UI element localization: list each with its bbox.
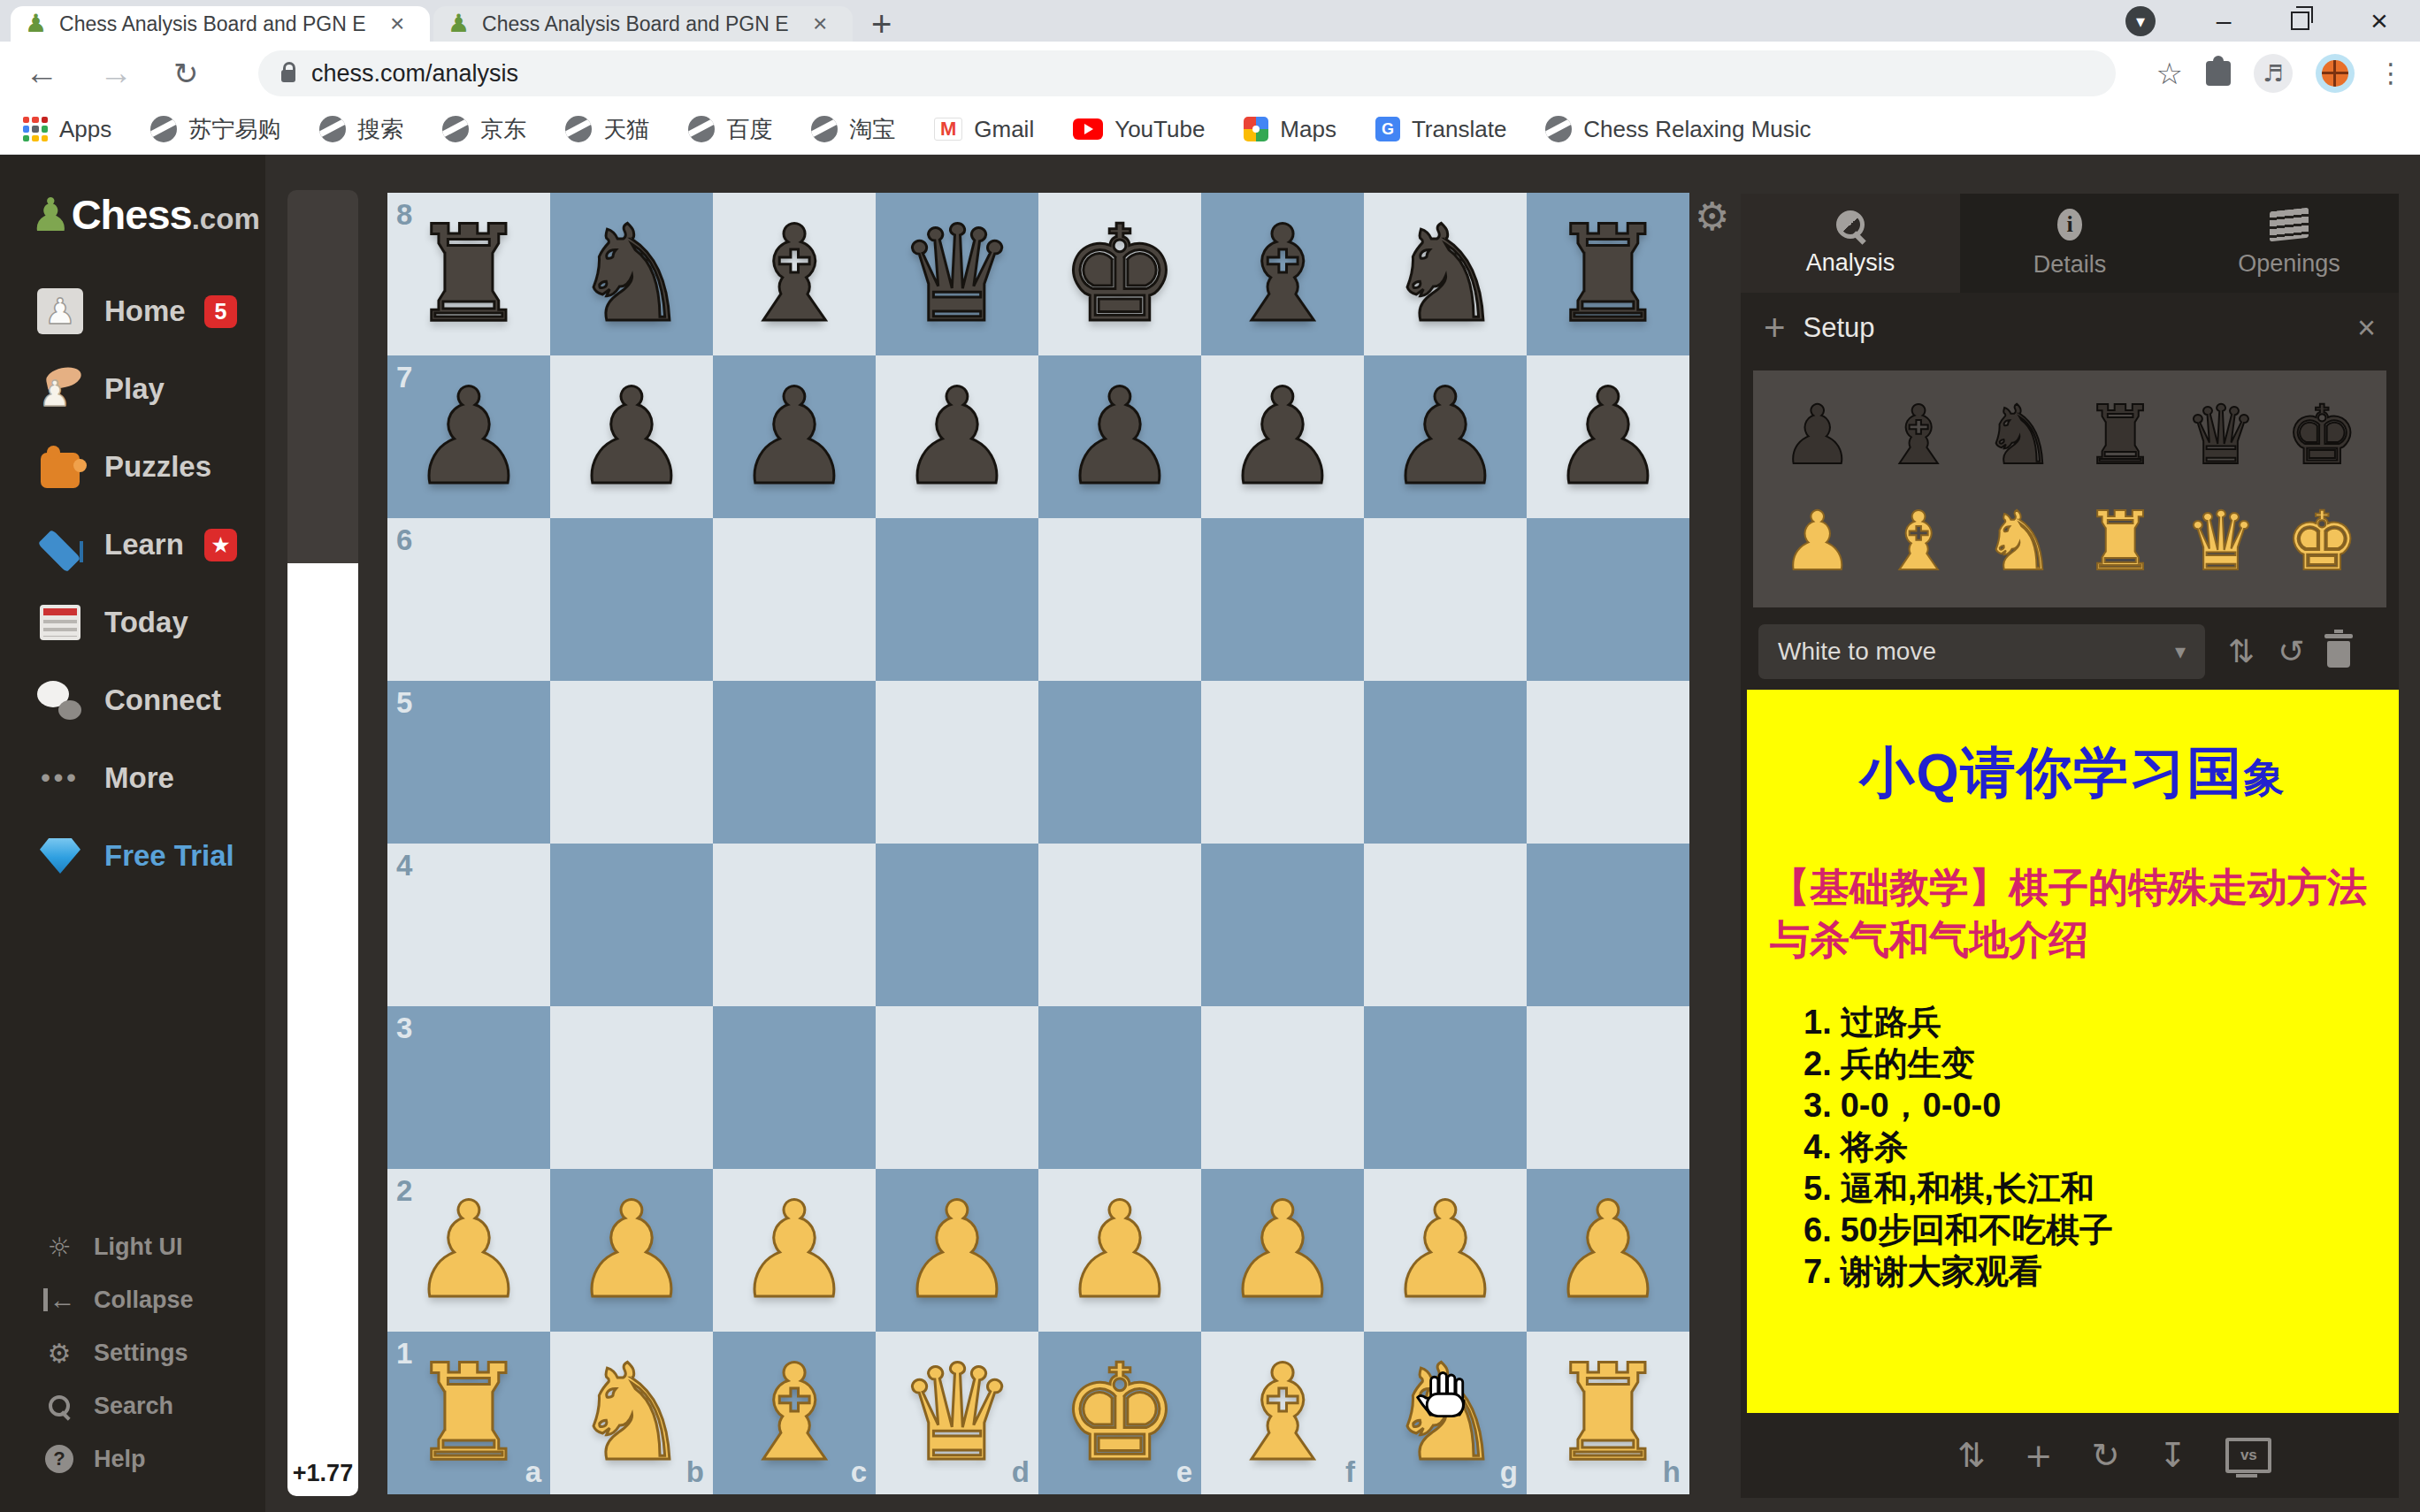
bookmark-label: Apps [59, 116, 111, 143]
sidebar-footer-label: Help [94, 1446, 146, 1473]
restore-icon [2291, 11, 2309, 30]
square-h2[interactable]: ♟ [1527, 1169, 1689, 1332]
piece-white-pawn[interactable]: ♟ [1038, 1169, 1201, 1332]
chat-icon [37, 681, 83, 720]
window-minimize-button[interactable]: – [2197, 0, 2250, 42]
piece-black-knight[interactable]: ♞ [1364, 193, 1527, 355]
puzzle-icon [41, 453, 80, 488]
square-f5[interactable] [1201, 681, 1364, 844]
ad-item-text: 谢谢大家观看 [1841, 1253, 2042, 1290]
square-d7[interactable]: ♟ [876, 355, 1038, 518]
magnifier-icon [39, 1395, 80, 1417]
square-a6[interactable]: 6 [387, 518, 550, 681]
reload-button[interactable]: ↻ [173, 56, 199, 91]
palette-white-king[interactable]: ♚ [2286, 501, 2358, 583]
turn-selector-dropdown[interactable]: White to move ▾ [1758, 624, 2205, 679]
turn-selector-value: White to move [1778, 638, 2175, 666]
palette-black-queen[interactable]: ♛ [2185, 395, 2257, 477]
square-h4[interactable] [1527, 844, 1689, 1006]
palette-black-rook[interactable]: ♜ [2084, 395, 2156, 477]
piece-black-queen[interactable]: ♛ [876, 193, 1038, 355]
setup-title: Setup [1804, 312, 2340, 344]
sidebar-item-label: More [104, 761, 174, 795]
tab-close-icon[interactable]: × [390, 11, 404, 36]
tab-analysis[interactable]: Analysis [1741, 194, 1960, 293]
square-f4[interactable] [1201, 844, 1364, 1006]
bookmarks-bar: Apps苏宁易购搜索京东天猫百度淘宝MGmailYouTubeMapsGTran… [0, 104, 2420, 155]
sidebar-footer-collapse[interactable]: ←Collapse [0, 1273, 265, 1326]
sidebar-nav: ♟Home5♟PlayPuzzlesLearn★TodayConnect•••M… [0, 272, 265, 895]
logo-brand-text: Chess [72, 190, 192, 239]
sidebar-footer-label: Collapse [94, 1287, 194, 1314]
tab-close-icon[interactable]: × [813, 11, 827, 36]
panel-tabs: AnalysisiDetailsOpenings [1741, 194, 2399, 293]
site-icon [565, 116, 592, 142]
piece-black-king[interactable]: ♚ [1038, 193, 1201, 355]
square-h5[interactable] [1527, 681, 1689, 844]
square-f7[interactable]: ♟ [1201, 355, 1364, 518]
square-e8[interactable]: ♚ [1038, 193, 1201, 355]
palette-white-pawn[interactable]: ♟ [1781, 501, 1854, 583]
piece-white-pawn[interactable]: ♟ [1364, 1169, 1527, 1332]
ad-item-text: 逼和,和棋,长江和 [1841, 1170, 2095, 1207]
sidebar-item-label: Free Trial [104, 839, 234, 873]
palette-white-bishop[interactable]: ♝ [1882, 501, 1955, 583]
square-d4[interactable] [876, 844, 1038, 1006]
reset-board-icon[interactable]: ↺ [2278, 636, 2304, 668]
bookmark-label: Maps [1280, 116, 1336, 143]
square-d1[interactable]: d♛ [876, 1332, 1038, 1494]
square-h3[interactable] [1527, 1006, 1689, 1169]
piece-black-rook[interactable]: ♜ [387, 193, 550, 355]
piece-white-pawn[interactable]: ♟ [387, 1169, 550, 1332]
square-b7[interactable]: ♟ [550, 355, 713, 518]
setup-header: + Setup × [1741, 293, 2399, 363]
sidebar-item-learn[interactable]: Learn★ [0, 506, 265, 584]
piece-black-pawn[interactable]: ♟ [1038, 355, 1201, 518]
piece-white-pawn[interactable]: ♟ [713, 1169, 876, 1332]
sidebar-item-today[interactable]: Today [0, 584, 265, 661]
square-a4[interactable]: 4 [387, 844, 550, 1006]
sidebar-footer: ☼Light UI←Collapse⚙SettingsSearch?Help [0, 1220, 265, 1485]
square-c3[interactable] [713, 1006, 876, 1169]
sidebar-item-label: Play [104, 372, 165, 406]
home-pawn-icon: ♟ [37, 288, 83, 334]
square-d5[interactable] [876, 681, 1038, 844]
bookmark-label: 苏宁易购 [188, 114, 280, 145]
piece-white-rook[interactable]: ♜ [387, 1332, 550, 1494]
basketball-avatar-icon [2322, 60, 2348, 87]
bookmark-label: Translate [1412, 116, 1506, 143]
piece-white-bishop[interactable]: ♝ [1201, 1332, 1364, 1494]
refresh-icon[interactable]: ↻ [2092, 1439, 2120, 1472]
bookmark-淘宝[interactable]: 淘宝 [811, 114, 895, 145]
diamond-icon [32, 838, 88, 874]
sidebar-item-label: Home [104, 294, 186, 328]
ad-item-number: 5. [1804, 1170, 1832, 1207]
square-b8[interactable]: ♞ [550, 193, 713, 355]
sidebar-footer-label: Light UI [94, 1233, 182, 1261]
square-c1[interactable]: c♝ [713, 1332, 876, 1494]
rank-label: 5 [396, 686, 412, 720]
square-e6[interactable] [1038, 518, 1201, 681]
evaluation-bar: +1.77 [287, 190, 358, 1496]
piece-white-knight[interactable]: ♞ [550, 1332, 713, 1494]
square-a3[interactable]: 3 [387, 1006, 550, 1169]
piece-black-rook[interactable]: ♜ [1527, 193, 1689, 355]
apps-grid-icon [23, 117, 48, 141]
notification-badge: 5 [204, 295, 237, 328]
square-c5[interactable] [713, 681, 876, 844]
flip-board-icon[interactable]: ⇅ [2228, 636, 2255, 668]
bookmark-translate[interactable]: GTranslate [1375, 116, 1506, 143]
panel-bottom-toolbar: ⇅ + ↻ ↧ vs [1741, 1413, 2399, 1498]
help-icon: ? [45, 1445, 73, 1473]
square-f6[interactable] [1201, 518, 1364, 681]
square-e1[interactable]: e♚ [1038, 1332, 1201, 1494]
piece-white-pawn[interactable]: ♟ [550, 1169, 713, 1332]
palette-black-knight[interactable]: ♞ [1983, 395, 2056, 477]
board-settings-gear-icon[interactable]: ⚙ [1695, 197, 1729, 236]
square-e5[interactable] [1038, 681, 1201, 844]
analysis-magnifier-icon [1836, 210, 1865, 239]
square-h8[interactable]: ♜ [1527, 193, 1689, 355]
bookmark-label: 天猫 [603, 114, 649, 145]
square-a7[interactable]: 7♟ [387, 355, 550, 518]
ad-list-item: 7.谢谢大家观看 [1804, 1251, 2399, 1293]
evaluation-white-fill: +1.77 [287, 563, 358, 1496]
sidebar-item-free-trial[interactable]: Free Trial [0, 817, 265, 895]
piece-white-king[interactable]: ♚ [1038, 1332, 1201, 1494]
chesscom-logo[interactable]: ♟ Chess .com [0, 155, 265, 239]
ad-list-item: 3.0-0，0-0-0 [1804, 1085, 2399, 1126]
square-b4[interactable] [550, 844, 713, 1006]
evaluation-score: +1.77 [287, 1460, 358, 1487]
ad-item-number: 2. [1804, 1045, 1832, 1082]
chesscom-favicon: ♟ [448, 11, 470, 36]
piece-black-pawn[interactable]: ♟ [876, 355, 1038, 518]
panel-tab-label: Openings [2238, 250, 2340, 278]
piece-black-pawn[interactable]: ♟ [713, 355, 876, 518]
square-f1[interactable]: f♝ [1201, 1332, 1364, 1494]
collapse-icon: ← [43, 1285, 76, 1315]
news-icon [40, 605, 80, 640]
bookmark-label: 淘宝 [849, 114, 895, 145]
piece-palette: ♟♝♞♜♛♚♟♝♞♜♛♚ [1753, 370, 2386, 607]
help-icon: ? [39, 1445, 80, 1473]
sidebar-item-label: Connect [104, 683, 221, 717]
forward-button[interactable]: → [99, 54, 133, 92]
chevron-down-icon: ▾ [2125, 6, 2156, 36]
notification-badge: ★ [204, 529, 237, 561]
address-bar[interactable]: chess.com/analysis [258, 50, 2116, 96]
clear-board-trash-icon[interactable] [2327, 641, 2350, 668]
tab-details[interactable]: iDetails [1960, 194, 2179, 293]
piece-white-pawn[interactable]: ♟ [1527, 1169, 1689, 1332]
piece-white-pawn[interactable]: ♟ [1201, 1169, 1364, 1332]
app-content: ♟ Chess .com ♟Home5♟PlayPuzzlesLearn★Tod… [0, 155, 2420, 1512]
sidebar: ♟ Chess .com ♟Home5♟PlayPuzzlesLearn★Tod… [0, 155, 265, 1512]
play-hand-icon: ♟ [37, 366, 83, 412]
profile-avatar[interactable] [2316, 54, 2355, 93]
toolbar-actions: ☆ ♬ ⋮ [2156, 42, 2404, 104]
play-hand-icon: ♟ [32, 366, 88, 412]
music-extension-button[interactable]: ♬ [2254, 54, 2293, 93]
sidebar-footer-search[interactable]: Search [0, 1379, 265, 1432]
chat-icon [32, 681, 88, 720]
ad-item-number: 1. [1804, 1004, 1832, 1041]
back-button[interactable]: ← [25, 54, 58, 92]
site-icon [688, 116, 715, 142]
ad-list-item: 5.逼和,和棋,长江和 [1804, 1168, 2399, 1210]
ad-item-number: 7. [1804, 1253, 1832, 1290]
square-g3[interactable] [1364, 1006, 1527, 1169]
sun-icon: ☼ [39, 1232, 80, 1263]
piece-black-bishop[interactable]: ♝ [1201, 193, 1364, 355]
bookmark-搜索[interactable]: 搜索 [319, 114, 403, 145]
playlist-music-icon: ♬ [2263, 60, 2283, 87]
gmail-icon: M [934, 118, 962, 141]
download-icon[interactable]: ↧ [2159, 1439, 2187, 1472]
site-icon [1545, 116, 1572, 142]
add-icon[interactable]: + [2025, 1439, 2053, 1472]
magnifier-icon [49, 1395, 70, 1417]
ad-list-item: 6.50步回和不吃棋子 [1804, 1210, 2399, 1251]
ad-item-text: 50步回和不吃棋子 [1841, 1211, 2113, 1249]
bookmark-chess-relaxing-music[interactable]: Chess Relaxing Music [1545, 116, 1811, 143]
square-b6[interactable] [550, 518, 713, 681]
bookmark-youtube[interactable]: YouTube [1073, 116, 1205, 143]
info-icon: i [2057, 209, 2082, 241]
puzzle-icon [32, 446, 88, 488]
square-h7[interactable]: ♟ [1527, 355, 1689, 518]
bookmark-label: 京东 [480, 114, 526, 145]
sidebar-footer-light-ui[interactable]: ☼Light UI [0, 1220, 265, 1273]
square-e7[interactable]: ♟ [1038, 355, 1201, 518]
bookmark-苏宁易购[interactable]: 苏宁易购 [150, 114, 280, 145]
sidebar-item-home[interactable]: ♟Home5 [0, 272, 265, 350]
site-icon [442, 116, 469, 142]
square-b5[interactable] [550, 681, 713, 844]
ad-item-text: 兵的生变 [1841, 1045, 1975, 1082]
ad-item-text: 将杀 [1841, 1128, 1908, 1165]
square-e3[interactable] [1038, 1006, 1201, 1169]
url-text: chess.com/analysis [311, 60, 518, 88]
sidebar-item-play[interactable]: ♟Play [0, 350, 265, 428]
palette-row-white: ♟♝♞♜♛♚ [1753, 501, 2386, 583]
chess-analysis-page: ♟ Chess Analysis Board and PGN E × ♟ Che… [0, 0, 2420, 1512]
sidebar-footer-help[interactable]: ?Help [0, 1432, 265, 1485]
bookmark-label: 百度 [726, 114, 772, 145]
square-f2[interactable]: ♟ [1201, 1169, 1364, 1332]
square-a2[interactable]: 2♟ [387, 1169, 550, 1332]
site-icon [811, 116, 838, 142]
close-icon[interactable]: × [2357, 309, 2376, 347]
square-d3[interactable] [876, 1006, 1038, 1169]
learn-cap-icon [32, 525, 88, 564]
square-b2[interactable]: ♟ [550, 1169, 713, 1332]
dots-icon: ••• [41, 763, 80, 793]
square-b3[interactable] [550, 1006, 713, 1169]
palette-white-rook[interactable]: ♜ [2084, 501, 2156, 583]
browser-tab-2[interactable]: ♟ Chess Analysis Board and PGN E × [433, 6, 853, 42]
bookmark-京东[interactable]: 京东 [442, 114, 526, 145]
bookmark-label: Chess Relaxing Music [1583, 116, 1811, 143]
square-c4[interactable] [713, 844, 876, 1006]
collapse-icon: ← [39, 1285, 80, 1315]
browser-tab-1[interactable]: ♟ Chess Analysis Board and PGN E × [11, 6, 430, 42]
analysis-panel: AnalysisiDetailsOpenings + Setup × ♟♝♞♜♛… [1741, 194, 2399, 1498]
browser-tab-strip: ♟ Chess Analysis Board and PGN E × ♟ Che… [0, 0, 2420, 42]
youtube-icon [1073, 118, 1103, 140]
site-icon [319, 116, 346, 142]
gear-icon: ⚙ [39, 1338, 80, 1369]
piece-white-pawn[interactable]: ♟ [876, 1169, 1038, 1332]
piece-black-bishop[interactable]: ♝ [713, 193, 876, 355]
hand-cursor [1413, 1364, 1481, 1432]
ad-list-item: 1.过路兵 [1804, 1002, 2399, 1043]
palette-black-pawn[interactable]: ♟ [1781, 395, 1854, 477]
plus-icon: + [1764, 307, 1786, 349]
square-c6[interactable] [713, 518, 876, 681]
extensions-icon[interactable] [2206, 61, 2231, 86]
piece-black-pawn[interactable]: ♟ [550, 355, 713, 518]
diamond-icon [40, 838, 80, 874]
rank-label: 3 [396, 1012, 412, 1045]
piece-black-pawn[interactable]: ♟ [1527, 355, 1689, 518]
ad-item-number: 3. [1804, 1087, 1832, 1124]
sidebar-footer-label: Settings [94, 1340, 188, 1367]
square-d6[interactable] [876, 518, 1038, 681]
logo-pawn-icon: ♟ [30, 192, 72, 238]
bookmark-label: 搜索 [357, 114, 403, 145]
square-g6[interactable] [1364, 518, 1527, 681]
square-e2[interactable]: ♟ [1038, 1169, 1201, 1332]
palette-black-king[interactable]: ♚ [2286, 395, 2358, 477]
palette-white-knight[interactable]: ♞ [1983, 501, 2056, 583]
tab-title: Chess Analysis Board and PGN E [59, 12, 378, 36]
window-restore-button[interactable] [2273, 0, 2326, 42]
piece-white-queen[interactable]: ♛ [876, 1332, 1038, 1494]
sidebar-item-puzzles[interactable]: Puzzles [0, 428, 265, 506]
rank-label: 6 [396, 523, 412, 557]
square-d2[interactable]: ♟ [876, 1169, 1038, 1332]
square-f3[interactable] [1201, 1006, 1364, 1169]
square-b1[interactable]: b♞ [550, 1332, 713, 1494]
bookmark-star-icon[interactable]: ☆ [2156, 56, 2183, 91]
palette-row-black: ♟♝♞♜♛♚ [1753, 395, 2386, 477]
panel-tab-label: Analysis [1806, 249, 1895, 277]
panel-tab-label: Details [2033, 251, 2107, 279]
chess-board[interactable]: 8♜♞♝♛♚♝♞♜7♟♟♟♟♟♟♟♟65432♟♟♟♟♟♟♟♟1a♜b♞c♝d♛… [387, 193, 1689, 1494]
piece-black-pawn[interactable]: ♟ [1364, 355, 1527, 518]
square-c7[interactable]: ♟ [713, 355, 876, 518]
square-e4[interactable] [1038, 844, 1201, 1006]
square-d8[interactable]: ♛ [876, 193, 1038, 355]
browser-menu-icon[interactable]: ⋮ [2378, 57, 2404, 88]
square-c8[interactable]: ♝ [713, 193, 876, 355]
tab-title: Chess Analysis Board and PGN E [482, 12, 800, 36]
bookmark-label: YouTube [1114, 116, 1205, 143]
piece-black-knight[interactable]: ♞ [550, 193, 713, 355]
tab-search-button[interactable]: ▾ [2121, 0, 2160, 42]
rank-label: 4 [396, 849, 412, 882]
piece-white-bishop[interactable]: ♝ [713, 1332, 876, 1494]
logo-tld-text: .com [192, 202, 260, 236]
sidebar-item-more[interactable]: •••More [0, 739, 265, 817]
video-ad-overlay[interactable]: 小Q请你学习国象 【基础教学】棋子的特殊走动方法与杀气和气地介绍 1.过路兵2.… [1747, 690, 2399, 1413]
square-c2[interactable]: ♟ [713, 1169, 876, 1332]
bookmark-gmail[interactable]: MGmail [934, 116, 1034, 143]
new-tab-button[interactable]: + [871, 4, 892, 44]
square-g2[interactable]: ♟ [1364, 1169, 1527, 1332]
translate-icon: G [1375, 117, 1400, 141]
piece-black-pawn[interactable]: ♟ [1201, 355, 1364, 518]
square-g7[interactable]: ♟ [1364, 355, 1527, 518]
learn-cap-icon [35, 525, 85, 564]
square-a5[interactable]: 5 [387, 681, 550, 844]
turn-row: White to move ▾ ⇅ ↺ [1741, 607, 2399, 696]
chesscom-favicon: ♟ [25, 11, 47, 36]
sidebar-item-label: Puzzles [104, 450, 211, 484]
ad-topic-list: 1.过路兵2.兵的生变3.0-0，0-0-04.将杀5.逼和,和棋,长江和6.5… [1804, 1002, 2399, 1293]
square-a8[interactable]: 8♜ [387, 193, 550, 355]
bookmark-label: Gmail [974, 116, 1034, 143]
bookmark-天猫[interactable]: 天猫 [565, 114, 649, 145]
palette-white-queen[interactable]: ♛ [2185, 501, 2257, 583]
ad-subtitle: 【基础教学】棋子的特殊走动方法与杀气和气地介绍 [1770, 861, 2378, 966]
site-icon [150, 116, 177, 142]
lock-icon [281, 70, 295, 82]
square-h1[interactable]: h♜ [1527, 1332, 1689, 1494]
ad-list-item: 2.兵的生变 [1804, 1043, 2399, 1085]
openings-books-icon [2270, 207, 2309, 241]
ad-item-text: 过路兵 [1841, 1004, 1941, 1041]
ad-item-number: 4. [1804, 1128, 1832, 1165]
play-vs-computer-icon[interactable]: vs [2225, 1438, 2271, 1473]
ad-item-number: 6. [1804, 1211, 1832, 1249]
bookmark-百度[interactable]: 百度 [688, 114, 772, 145]
window-close-button[interactable]: × [2353, 0, 2406, 42]
palette-black-bishop[interactable]: ♝ [1882, 395, 1955, 477]
sidebar-item-label: Today [104, 606, 188, 639]
sidebar-footer-label: Search [94, 1393, 173, 1420]
bookmark-maps[interactable]: Maps [1244, 116, 1336, 143]
flip-board-icon[interactable]: ⇅ [1957, 1439, 1986, 1472]
square-g4[interactable] [1364, 844, 1527, 1006]
square-a1[interactable]: 1a♜ [387, 1332, 550, 1494]
square-f8[interactable]: ♝ [1201, 193, 1364, 355]
piece-black-pawn[interactable]: ♟ [387, 355, 550, 518]
bookmark-apps[interactable]: Apps [23, 116, 111, 143]
piece-white-rook[interactable]: ♜ [1527, 1332, 1689, 1494]
square-h6[interactable] [1527, 518, 1689, 681]
ad-list-item: 4.将杀 [1804, 1126, 2399, 1168]
ad-title: 小Q请你学习国象 [1747, 736, 2399, 810]
sidebar-item-connect[interactable]: Connect [0, 661, 265, 739]
sidebar-item-label: Learn [104, 528, 184, 561]
chevron-down-icon: ▾ [2175, 639, 2186, 664]
maps-icon [1244, 117, 1268, 141]
tab-openings[interactable]: Openings [2179, 194, 2399, 293]
sidebar-footer-settings[interactable]: ⚙Settings [0, 1326, 265, 1379]
home-pawn-icon: ♟ [32, 288, 88, 334]
news-icon [32, 605, 88, 640]
square-g5[interactable] [1364, 681, 1527, 844]
square-g8[interactable]: ♞ [1364, 193, 1527, 355]
ad-item-text: 0-0，0-0-0 [1841, 1087, 2002, 1124]
dots-icon: ••• [32, 763, 88, 793]
